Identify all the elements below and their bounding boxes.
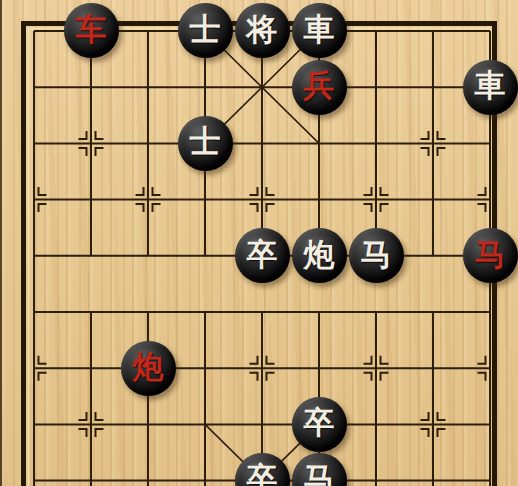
intersection-f5r9: 卒 [234,452,291,486]
piece-label: 车 [76,14,107,45]
piece-black-cannon[interactable]: 炮 [292,228,347,283]
piece-black-chariot[interactable]: 車 [463,60,518,115]
piece-label: 卒 [304,407,335,438]
piece-black-chariot[interactable]: 車 [292,3,347,58]
piece-red-horse[interactable]: 马 [463,228,518,283]
xiangqi-board-screen: 车士将車兵車士卒炮马马炮卒卒马 [0,0,518,486]
intersection-f4r3: 士 [177,115,234,171]
piece-label: 炮 [133,351,164,382]
piece-black-soldier[interactable]: 卒 [235,453,290,486]
piece-black-horse[interactable]: 马 [349,228,404,283]
piece-label: 車 [475,70,506,101]
piece-label: 車 [304,14,335,45]
piece-label: 兵 [304,70,335,101]
intersection-f9r2: 車 [462,59,518,115]
piece-red-soldier[interactable]: 兵 [292,60,347,115]
intersection-f5r1: 将 [234,3,291,59]
intersection-f6r1: 車 [291,3,348,59]
piece-label: 马 [361,239,392,270]
piece-label: 炮 [304,239,335,270]
intersection-f6r9: 马 [291,452,348,486]
intersection-f9r5: 马 [462,228,518,284]
piece-black-advisor[interactable]: 士 [178,116,233,171]
piece-label: 卒 [247,463,278,486]
board-grid[interactable]: 车士将車兵車士卒炮马马炮卒卒马 [6,3,518,486]
intersection-f7r5: 马 [348,228,405,284]
piece-black-horse[interactable]: 马 [292,453,347,486]
intersection-f6r5: 炮 [291,228,348,284]
piece-red-chariot[interactable]: 车 [64,3,119,58]
intersection-f4r1: 士 [177,3,234,59]
piece-label: 将 [247,14,278,45]
intersection-f6r2: 兵 [291,59,348,115]
piece-black-soldier[interactable]: 卒 [292,397,347,452]
piece-black-advisor[interactable]: 士 [178,3,233,58]
piece-label: 士 [190,126,221,157]
piece-label: 马 [304,463,335,486]
piece-red-cannon[interactable]: 炮 [121,341,176,396]
piece-label: 马 [475,239,506,270]
intersection-f6r8: 卒 [291,396,348,452]
intersection-f2r1: 车 [63,3,120,59]
intersection-f3r7: 炮 [120,340,177,396]
piece-label: 士 [190,14,221,45]
piece-black-soldier[interactable]: 卒 [235,228,290,283]
piece-label: 卒 [247,239,278,270]
intersection-f5r5: 卒 [234,228,291,284]
piece-black-general[interactable]: 将 [235,3,290,58]
